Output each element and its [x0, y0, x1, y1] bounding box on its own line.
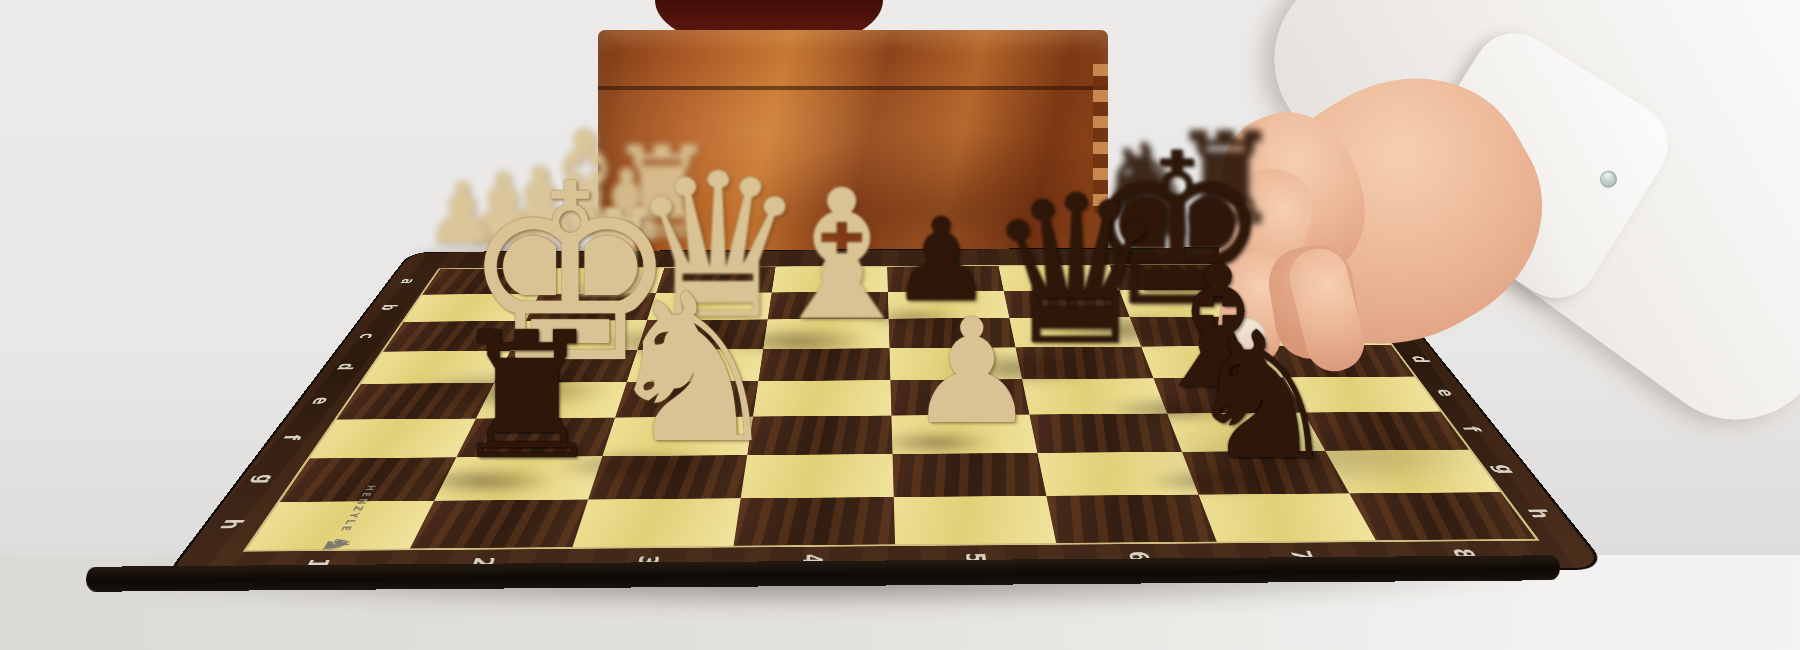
white-pawn-icon: ♟ — [900, 303, 1045, 441]
file-label-left-d: d — [332, 363, 360, 370]
file-label-left-h: h — [214, 519, 250, 530]
piece-shadow — [1143, 467, 1292, 495]
file-label-left-e: e — [306, 397, 336, 404]
square-h7[interactable] — [1198, 493, 1376, 541]
square-h1[interactable]: HENZYLE♞ — [247, 500, 434, 549]
square-h6[interactable] — [1046, 494, 1216, 543]
square-h3[interactable] — [572, 498, 741, 547]
piece-shadow — [408, 467, 557, 495]
file-label-left-c: c — [354, 333, 380, 338]
file-label-left-g: g — [248, 474, 282, 484]
file-label-left-a: a — [395, 279, 419, 284]
file-label-right-f: f — [1456, 426, 1485, 431]
square-g5[interactable] — [893, 453, 1047, 497]
file-label-right-e: e — [1431, 389, 1460, 396]
black-knight-icon: ♞ — [1175, 314, 1350, 480]
file-label-right-g: g — [1488, 464, 1521, 473]
piece-shadow — [873, 431, 996, 454]
square-h4[interactable] — [734, 497, 895, 546]
cuff-button — [1597, 167, 1620, 190]
file-label-right-h: h — [1521, 508, 1557, 518]
square-h8[interactable] — [1349, 492, 1535, 540]
square-h2[interactable] — [410, 499, 588, 548]
piece-white-pawn-f5[interactable]: ♟ — [900, 303, 1045, 448]
file-label-right-d: d — [1406, 356, 1434, 363]
white-knight-icon: ♞ — [591, 272, 796, 467]
box-lid-seam — [598, 86, 1108, 90]
piece-black-knight-g7-lifted[interactable]: ♞ — [1175, 314, 1350, 489]
knight-icon: ♞ — [316, 536, 360, 554]
file-label-left-f: f — [277, 435, 306, 440]
chess-scene: ♟♟♟♝♟♜♞♜ HENZYLE♞ 12345678abcdefghabcdef… — [0, 0, 1800, 650]
piece-white-knight-f3[interactable]: ♞ — [591, 272, 796, 477]
black-rook-icon: ♜ — [440, 314, 615, 480]
square-h5[interactable] — [894, 496, 1056, 545]
piece-black-rook-g2[interactable]: ♜ — [440, 314, 615, 489]
file-label-left-b: b — [376, 304, 402, 310]
